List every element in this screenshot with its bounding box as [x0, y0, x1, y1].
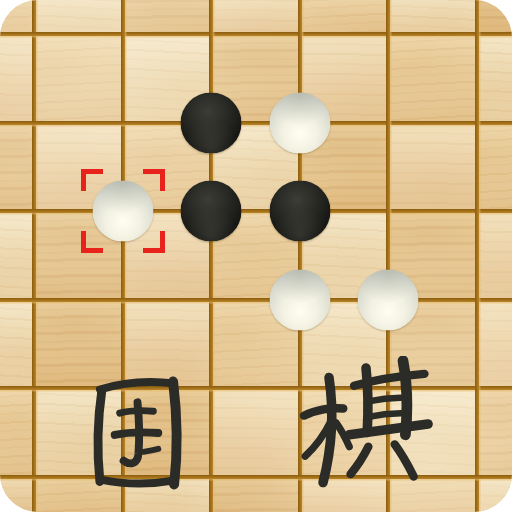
wood-cell	[477, 300, 512, 389]
go-stone-black[interactable]	[181, 181, 242, 242]
go-stone-white[interactable]	[269, 92, 330, 153]
wood-cell	[0, 211, 34, 300]
wood-cell	[477, 34, 512, 123]
go-stone-black[interactable]	[181, 92, 242, 153]
wood-cell	[477, 123, 512, 212]
wood-cell	[34, 34, 123, 123]
wood-cell	[0, 123, 34, 212]
wood-cell	[211, 477, 300, 512]
wood-cell	[123, 0, 212, 34]
go-stone-black[interactable]	[269, 181, 330, 242]
grid-line-vertical	[209, 0, 213, 512]
grid-line-horizontal	[0, 121, 512, 125]
qi-character: 棋	[296, 356, 436, 504]
go-app-icon: 围 棋	[0, 0, 512, 512]
wood-cell	[477, 477, 512, 512]
wood-cell	[477, 388, 512, 477]
grid-line-horizontal	[0, 32, 512, 36]
go-stone-white[interactable]	[269, 269, 330, 330]
grid-line-vertical	[475, 0, 479, 512]
wood-cell	[0, 34, 34, 123]
wood-cell	[477, 211, 512, 300]
wei-calligraphy-icon	[87, 371, 186, 497]
wood-cell	[477, 0, 512, 34]
wood-cell	[211, 0, 300, 34]
wood-cell	[0, 300, 34, 389]
wood-cell	[0, 477, 34, 512]
grid-line-horizontal	[0, 209, 512, 213]
wood-cell	[0, 388, 34, 477]
wood-cell	[388, 0, 477, 34]
wood-cell	[34, 0, 123, 34]
wood-cell	[388, 123, 477, 212]
go-stone-white[interactable]	[92, 181, 153, 242]
grid-line-horizontal	[0, 298, 512, 302]
wood-cell	[300, 0, 389, 34]
qi-calligraphy-icon	[296, 356, 436, 504]
grid-line-vertical	[32, 0, 36, 512]
go-stone-white[interactable]	[358, 269, 419, 330]
wood-cell	[0, 0, 34, 34]
wei-character: 围	[87, 371, 186, 497]
wood-cell	[388, 34, 477, 123]
wood-cell	[211, 388, 300, 477]
